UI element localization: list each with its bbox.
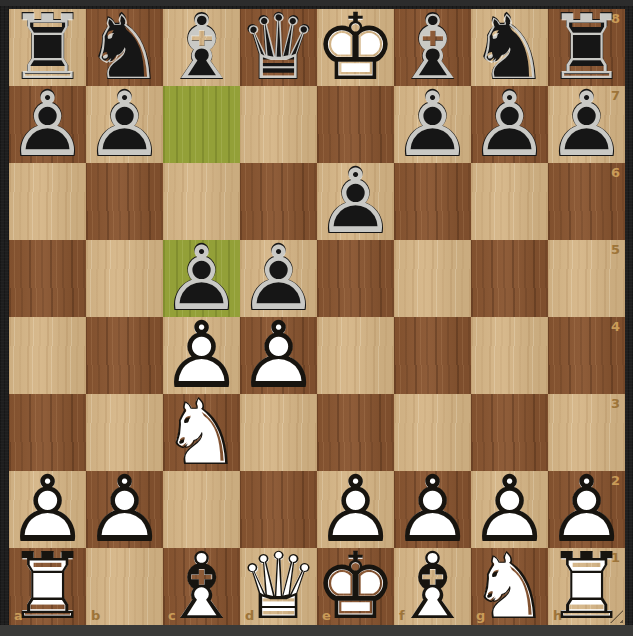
square-b8[interactable]: ♞♘: [86, 9, 163, 86]
white-knight-outline-icon: ♘: [163, 394, 240, 471]
black-pawn-outline-icon: ♙: [550, 88, 624, 162]
square-d7[interactable]: [240, 86, 317, 163]
square-g4[interactable]: [471, 317, 548, 394]
white-pawn-outline-icon: ♙: [86, 471, 163, 548]
black-pawn-icon: ♟: [394, 86, 471, 163]
square-c1[interactable]: c♝♗: [163, 548, 240, 625]
rank-label-3: 3: [611, 396, 620, 411]
white-pawn-icon: ♟: [164, 318, 239, 393]
white-rook-icon: ♜: [10, 549, 85, 624]
square-a1[interactable]: a♜♖: [9, 548, 86, 625]
white-pawn-outline-icon: ♙: [9, 471, 86, 548]
square-h7[interactable]: 7♟♙: [548, 86, 625, 163]
square-h2[interactable]: 2♟♙: [548, 471, 625, 548]
white-queen-icon: ♛: [241, 549, 316, 624]
square-c2[interactable]: [163, 471, 240, 548]
square-d5[interactable]: ♟♙: [240, 240, 317, 317]
black-pawn-icon: ♟: [471, 86, 548, 163]
black-bishop-outline-icon: ♗: [165, 11, 239, 85]
white-pawn-outline-icon: ♙: [240, 317, 317, 394]
white-rook-outline-icon: ♖: [548, 548, 625, 625]
black-pawn-icon: ♟: [86, 86, 163, 163]
piece-black-knight[interactable]: ♞♘: [86, 9, 163, 86]
piece-black-pawn[interactable]: ♟♙: [471, 86, 548, 163]
white-pawn-icon: ♟: [395, 472, 470, 547]
black-bishop-outline-icon: ♗: [396, 11, 470, 85]
black-pawn-outline-icon: ♙: [396, 88, 470, 162]
white-knight-icon: ♞: [472, 549, 547, 624]
square-g7[interactable]: ♟♙: [471, 86, 548, 163]
white-king-outline-icon: ♔: [317, 548, 394, 625]
white-bishop-icon: ♝: [164, 549, 239, 624]
square-c8[interactable]: ♝♗: [163, 9, 240, 86]
piece-white-pawn[interactable]: ♟♙: [548, 471, 625, 548]
square-d4[interactable]: ♟♙: [240, 317, 317, 394]
black-knight-outline-icon: ♘: [88, 11, 162, 85]
piece-black-pawn[interactable]: ♟♙: [317, 163, 394, 240]
square-b1[interactable]: b: [86, 548, 163, 625]
square-a4[interactable]: [9, 317, 86, 394]
square-g1[interactable]: g♞♘: [471, 548, 548, 625]
piece-white-bishop[interactable]: ♝♗: [163, 548, 240, 625]
black-pawn-outline-icon: ♙: [319, 165, 393, 239]
white-pawn-icon: ♟: [318, 472, 393, 547]
square-g6[interactable]: [471, 163, 548, 240]
piece-white-pawn[interactable]: ♟♙: [317, 471, 394, 548]
square-c4[interactable]: ♟♙: [163, 317, 240, 394]
square-a8[interactable]: ♜♖: [9, 9, 86, 86]
square-f4[interactable]: [394, 317, 471, 394]
square-b6[interactable]: [86, 163, 163, 240]
square-f2[interactable]: ♟♙: [394, 471, 471, 548]
piece-white-knight[interactable]: ♞♘: [471, 548, 548, 625]
piece-black-rook[interactable]: ♜♖: [548, 9, 625, 86]
black-rook-icon: ♜: [548, 9, 625, 86]
file-label-b: b: [91, 608, 100, 623]
square-h3[interactable]: 3: [548, 394, 625, 471]
square-b5[interactable]: [86, 240, 163, 317]
piece-white-queen[interactable]: ♛♕: [240, 548, 317, 625]
square-a6[interactable]: [9, 163, 86, 240]
white-pawn-icon: ♟: [241, 318, 316, 393]
square-b4[interactable]: [86, 317, 163, 394]
black-rook-icon: ♜: [9, 9, 86, 86]
square-g8[interactable]: ♞♘: [471, 9, 548, 86]
piece-white-rook[interactable]: ♜♖: [9, 548, 86, 625]
square-d6[interactable]: [240, 163, 317, 240]
piece-white-pawn[interactable]: ♟♙: [240, 317, 317, 394]
piece-white-pawn[interactable]: ♟♙: [471, 471, 548, 548]
square-d2[interactable]: [240, 471, 317, 548]
black-knight-icon: ♞: [471, 9, 548, 86]
piece-white-pawn[interactable]: ♟♙: [86, 471, 163, 548]
piece-black-pawn[interactable]: ♟♙: [163, 240, 240, 317]
square-d1[interactable]: d♛♕: [240, 548, 317, 625]
square-e7[interactable]: [317, 86, 394, 163]
black-pawn-icon: ♟: [317, 163, 394, 240]
rank-label-6: 6: [611, 165, 620, 180]
square-b3[interactable]: [86, 394, 163, 471]
square-f1[interactable]: f♝♗: [394, 548, 471, 625]
square-h5[interactable]: 5: [548, 240, 625, 317]
piece-white-rook[interactable]: ♜♖: [548, 548, 625, 625]
board-frame: ♜♖♞♘♝♗♛♕♚♔♝♗♞♘8♜♖♟♙♟♙♟♙♟♙7♟♙♟♙6♟♙♟♙5♟♙♟♙…: [0, 0, 633, 636]
black-pawn-outline-icon: ♙: [473, 88, 547, 162]
square-e6[interactable]: ♟♙: [317, 163, 394, 240]
white-bishop-outline-icon: ♗: [163, 548, 240, 625]
piece-white-pawn[interactable]: ♟♙: [9, 471, 86, 548]
piece-black-bishop[interactable]: ♝♗: [394, 9, 471, 86]
square-h8[interactable]: 8♜♖: [548, 9, 625, 86]
black-rook-outline-icon: ♖: [550, 11, 624, 85]
black-queen-icon: ♛: [240, 9, 317, 86]
square-c6[interactable]: [163, 163, 240, 240]
piece-black-pawn[interactable]: ♟♙: [394, 86, 471, 163]
white-bishop-outline-icon: ♗: [394, 548, 471, 625]
square-f6[interactable]: [394, 163, 471, 240]
square-d8[interactable]: ♛♕: [240, 9, 317, 86]
piece-black-bishop[interactable]: ♝♗: [163, 9, 240, 86]
white-pawn-outline-icon: ♙: [471, 471, 548, 548]
square-a2[interactable]: ♟♙: [9, 471, 86, 548]
square-f3[interactable]: [394, 394, 471, 471]
black-pawn-icon: ♟: [163, 240, 240, 317]
black-pawn-icon: ♟: [548, 86, 625, 163]
rank-label-4: 4: [611, 319, 620, 334]
black-pawn-outline-icon: ♙: [165, 242, 239, 316]
piece-white-pawn[interactable]: ♟♙: [163, 317, 240, 394]
piece-white-king[interactable]: ♚♔: [317, 548, 394, 625]
piece-black-rook[interactable]: ♜♖: [9, 9, 86, 86]
square-f8[interactable]: ♝♗: [394, 9, 471, 86]
square-g2[interactable]: ♟♙: [471, 471, 548, 548]
square-b2[interactable]: ♟♙: [86, 471, 163, 548]
board-top-edge: [0, 0, 633, 6]
chess-board: ♜♖♞♘♝♗♛♕♚♔♝♗♞♘8♜♖♟♙♟♙♟♙♟♙7♟♙♟♙6♟♙♟♙5♟♙♟♙…: [9, 9, 625, 625]
piece-black-pawn[interactable]: ♟♙: [240, 240, 317, 317]
square-e4[interactable]: [317, 317, 394, 394]
white-rook-outline-icon: ♖: [9, 548, 86, 625]
black-knight-icon: ♞: [86, 9, 163, 86]
square-c7[interactable]: [163, 86, 240, 163]
square-b7[interactable]: ♟♙: [86, 86, 163, 163]
square-f5[interactable]: [394, 240, 471, 317]
piece-black-knight[interactable]: ♞♘: [471, 9, 548, 86]
black-pawn-outline-icon: ♙: [88, 88, 162, 162]
white-knight-outline-icon: ♘: [471, 548, 548, 625]
black-bishop-icon: ♝: [163, 9, 240, 86]
piece-black-queen[interactable]: ♛♕: [240, 9, 317, 86]
white-rook-icon: ♜: [549, 549, 624, 624]
piece-white-pawn[interactable]: ♟♙: [394, 471, 471, 548]
piece-white-bishop[interactable]: ♝♗: [394, 548, 471, 625]
white-pawn-outline-icon: ♙: [163, 317, 240, 394]
black-pawn-icon: ♟: [240, 240, 317, 317]
square-h4[interactable]: 4: [548, 317, 625, 394]
white-pawn-icon: ♟: [87, 472, 162, 547]
square-c5[interactable]: ♟♙: [163, 240, 240, 317]
white-pawn-icon: ♟: [472, 472, 547, 547]
square-f7[interactable]: ♟♙: [394, 86, 471, 163]
square-g3[interactable]: [471, 394, 548, 471]
black-rook-outline-icon: ♖: [11, 11, 85, 85]
board-bottom-edge: [0, 625, 633, 636]
black-pawn-icon: ♟: [9, 86, 86, 163]
square-h1[interactable]: h1♜♖: [548, 548, 625, 625]
black-pawn-outline-icon: ♙: [242, 242, 316, 316]
white-bishop-icon: ♝: [395, 549, 470, 624]
white-pawn-icon: ♟: [10, 472, 85, 547]
piece-black-pawn[interactable]: ♟♙: [9, 86, 86, 163]
white-pawn-outline-icon: ♙: [548, 471, 625, 548]
black-knight-outline-icon: ♘: [473, 11, 547, 85]
piece-white-knight[interactable]: ♞♘: [163, 394, 240, 471]
white-queen-outline-icon: ♕: [240, 548, 317, 625]
square-e8[interactable]: ♚♔: [317, 9, 394, 86]
white-pawn-icon: ♟: [549, 472, 624, 547]
square-a3[interactable]: [9, 394, 86, 471]
black-queen-outline-icon: ♕: [242, 11, 316, 85]
square-e5[interactable]: [317, 240, 394, 317]
square-e1[interactable]: e♚♔: [317, 548, 394, 625]
white-king-icon: ♚: [318, 549, 393, 624]
square-c3[interactable]: ♞♘: [163, 394, 240, 471]
square-g5[interactable]: [471, 240, 548, 317]
white-pawn-outline-icon: ♙: [317, 471, 394, 548]
black-pawn-outline-icon: ♙: [11, 88, 85, 162]
square-a7[interactable]: ♟♙: [9, 86, 86, 163]
square-d3[interactable]: [240, 394, 317, 471]
piece-black-king[interactable]: ♚♔: [317, 9, 394, 86]
black-king-icon: ♚: [318, 10, 393, 85]
rank-label-5: 5: [611, 242, 620, 257]
square-e3[interactable]: [317, 394, 394, 471]
white-knight-icon: ♞: [164, 395, 239, 470]
black-king-outline-icon: ♔: [317, 9, 394, 86]
piece-black-pawn[interactable]: ♟♙: [548, 86, 625, 163]
square-e2[interactable]: ♟♙: [317, 471, 394, 548]
piece-black-pawn[interactable]: ♟♙: [86, 86, 163, 163]
black-bishop-icon: ♝: [394, 9, 471, 86]
square-a5[interactable]: [9, 240, 86, 317]
square-h6[interactable]: 6: [548, 163, 625, 240]
white-pawn-outline-icon: ♙: [394, 471, 471, 548]
